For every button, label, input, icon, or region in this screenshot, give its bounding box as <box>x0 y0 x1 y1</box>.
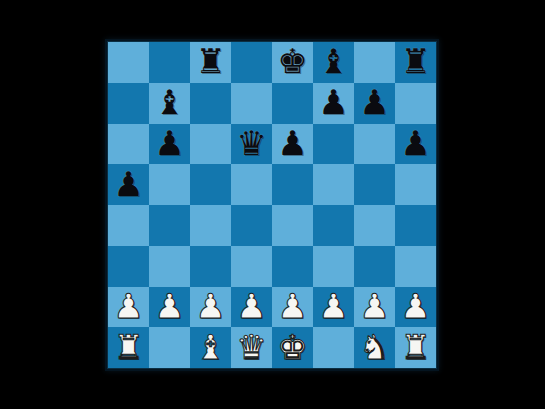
black-bishop[interactable]: ♝ <box>318 44 348 78</box>
square-d6[interactable]: ♛ <box>231 124 272 165</box>
square-a2[interactable]: ♟ <box>108 287 149 328</box>
square-h4[interactable] <box>395 205 436 246</box>
white-bishop[interactable]: ♝ <box>195 330 225 364</box>
square-b2[interactable]: ♟ <box>149 287 190 328</box>
square-e2[interactable]: ♟ <box>272 287 313 328</box>
square-c4[interactable] <box>190 205 231 246</box>
black-king[interactable]: ♚ <box>277 44 307 78</box>
white-pawn[interactable]: ♟ <box>236 289 266 323</box>
square-d7[interactable] <box>231 83 272 124</box>
black-bishop[interactable]: ♝ <box>154 85 184 119</box>
square-d1[interactable]: ♛ <box>231 327 272 368</box>
square-h2[interactable]: ♟ <box>395 287 436 328</box>
square-b3[interactable] <box>149 246 190 287</box>
square-a7[interactable] <box>108 83 149 124</box>
black-queen[interactable]: ♛ <box>236 126 266 160</box>
square-h5[interactable] <box>395 164 436 205</box>
square-c2[interactable]: ♟ <box>190 287 231 328</box>
square-d8[interactable] <box>231 42 272 83</box>
white-queen[interactable]: ♛ <box>236 330 266 364</box>
square-h1[interactable]: ♜ <box>395 327 436 368</box>
square-b5[interactable] <box>149 164 190 205</box>
black-pawn[interactable]: ♟ <box>318 85 348 119</box>
square-g1[interactable]: ♞ <box>354 327 395 368</box>
square-e3[interactable] <box>272 246 313 287</box>
square-g2[interactable]: ♟ <box>354 287 395 328</box>
square-a8[interactable] <box>108 42 149 83</box>
black-pawn[interactable]: ♟ <box>154 126 184 160</box>
square-b7[interactable]: ♝ <box>149 83 190 124</box>
square-f2[interactable]: ♟ <box>313 287 354 328</box>
square-b1[interactable] <box>149 327 190 368</box>
square-f5[interactable] <box>313 164 354 205</box>
square-h8[interactable]: ♜ <box>395 42 436 83</box>
square-b8[interactable] <box>149 42 190 83</box>
white-pawn[interactable]: ♟ <box>318 289 348 323</box>
square-c1[interactable]: ♝ <box>190 327 231 368</box>
white-rook[interactable]: ♜ <box>400 330 430 364</box>
square-c7[interactable] <box>190 83 231 124</box>
white-pawn[interactable]: ♟ <box>113 289 143 323</box>
square-h3[interactable] <box>395 246 436 287</box>
square-a3[interactable] <box>108 246 149 287</box>
square-g5[interactable] <box>354 164 395 205</box>
white-knight[interactable]: ♞ <box>359 330 389 364</box>
square-c6[interactable] <box>190 124 231 165</box>
square-c8[interactable]: ♜ <box>190 42 231 83</box>
black-rook[interactable]: ♜ <box>195 44 225 78</box>
white-pawn[interactable]: ♟ <box>154 289 184 323</box>
square-f4[interactable] <box>313 205 354 246</box>
square-e7[interactable] <box>272 83 313 124</box>
square-d4[interactable] <box>231 205 272 246</box>
square-c3[interactable] <box>190 246 231 287</box>
square-d3[interactable] <box>231 246 272 287</box>
black-rook[interactable]: ♜ <box>400 44 430 78</box>
white-pawn[interactable]: ♟ <box>400 289 430 323</box>
square-f6[interactable] <box>313 124 354 165</box>
square-e6[interactable]: ♟ <box>272 124 313 165</box>
square-e8[interactable]: ♚ <box>272 42 313 83</box>
square-e1[interactable]: ♚ <box>272 327 313 368</box>
chess-board: ♜♚♝♜♝♟♟♟♛♟♟♟♟♟♟♟♟♟♟♟♜♝♛♚♞♜ <box>107 41 437 369</box>
square-b4[interactable] <box>149 205 190 246</box>
square-g8[interactable] <box>354 42 395 83</box>
square-g3[interactable] <box>354 246 395 287</box>
white-rook[interactable]: ♜ <box>113 330 143 364</box>
black-pawn[interactable]: ♟ <box>113 167 143 201</box>
video-background: ♜♚♝♜♝♟♟♟♛♟♟♟♟♟♟♟♟♟♟♟♜♝♛♚♞♜ <box>0 0 545 409</box>
square-f8[interactable]: ♝ <box>313 42 354 83</box>
white-pawn[interactable]: ♟ <box>359 289 389 323</box>
square-f3[interactable] <box>313 246 354 287</box>
black-pawn[interactable]: ♟ <box>277 126 307 160</box>
square-a6[interactable] <box>108 124 149 165</box>
square-a1[interactable]: ♜ <box>108 327 149 368</box>
square-d5[interactable] <box>231 164 272 205</box>
square-a4[interactable] <box>108 205 149 246</box>
white-pawn[interactable]: ♟ <box>277 289 307 323</box>
black-pawn[interactable]: ♟ <box>400 126 430 160</box>
square-e5[interactable] <box>272 164 313 205</box>
square-h6[interactable]: ♟ <box>395 124 436 165</box>
square-g7[interactable]: ♟ <box>354 83 395 124</box>
square-b6[interactable]: ♟ <box>149 124 190 165</box>
white-king[interactable]: ♚ <box>277 330 307 364</box>
square-g4[interactable] <box>354 205 395 246</box>
square-c5[interactable] <box>190 164 231 205</box>
black-pawn[interactable]: ♟ <box>359 85 389 119</box>
square-f7[interactable]: ♟ <box>313 83 354 124</box>
square-a5[interactable]: ♟ <box>108 164 149 205</box>
square-g6[interactable] <box>354 124 395 165</box>
white-pawn[interactable]: ♟ <box>195 289 225 323</box>
square-h7[interactable] <box>395 83 436 124</box>
square-e4[interactable] <box>272 205 313 246</box>
square-f1[interactable] <box>313 327 354 368</box>
square-d2[interactable]: ♟ <box>231 287 272 328</box>
